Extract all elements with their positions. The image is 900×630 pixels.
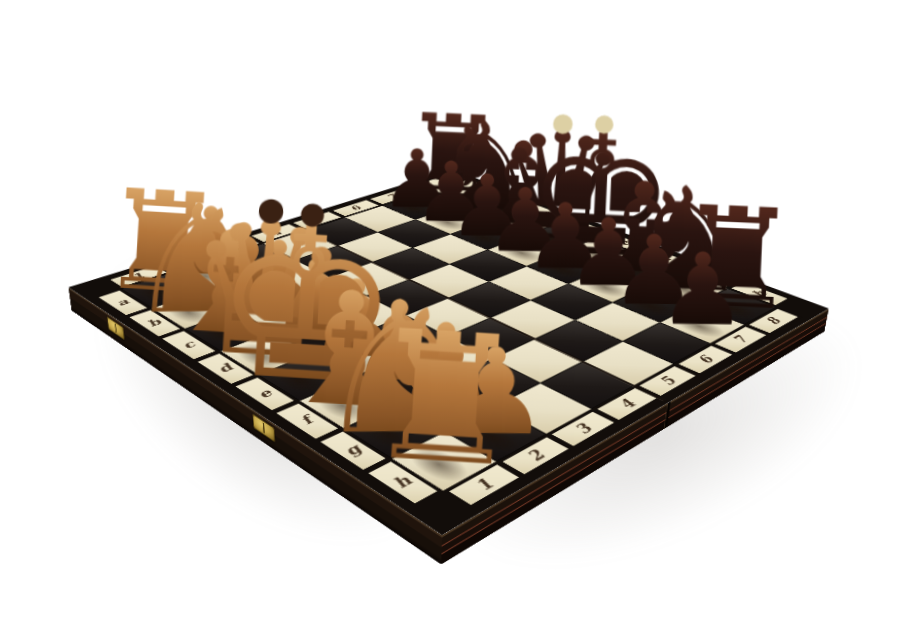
piece-black-pawn-h7: ♟ (657, 240, 747, 340)
rank-label-text: 4 (615, 397, 640, 410)
file-label-text: h (389, 474, 416, 490)
rank-label-text: 8 (763, 316, 785, 326)
rank-label-text: 6 (694, 354, 717, 365)
file-label-text: e (253, 388, 275, 400)
chess-board: abcdefgh8♜♞♝♛♚♝♞♜87♟♟♟♟♟♟♟♟7665544332♟♟♟… (68, 169, 829, 535)
finial-icon (300, 203, 324, 227)
chess-set-photo: abcdefgh8♜♞♝♛♚♝♞♜87♟♟♟♟♟♟♟♟7665544332♟♟♟… (0, 0, 900, 630)
fold-notch (665, 401, 671, 429)
rank-label-text: 1 (471, 477, 498, 493)
rank-label-text: 5 (656, 375, 680, 387)
brass-clasp-icon (253, 414, 275, 443)
board-grid: abcdefgh8♜♞♝♛♚♝♞♜87♟♟♟♟♟♟♟♟7665544332♟♟♟… (80, 172, 818, 525)
finial-icon (594, 115, 613, 134)
rank-label-text: 7 (730, 334, 752, 344)
rank-label-text: 2 (523, 448, 549, 463)
brass-clasp-icon (107, 316, 125, 340)
rank-label-text: 3 (571, 422, 596, 436)
scene: abcdefgh8♜♞♝♛♚♝♞♜87♟♟♟♟♟♟♟♟7665544332♟♟♟… (0, 0, 900, 630)
